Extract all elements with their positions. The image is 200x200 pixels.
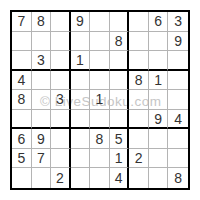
sudoku-cell-r3c3[interactable] xyxy=(51,51,71,71)
sudoku-cell-r2c8[interactable] xyxy=(149,32,169,52)
sudoku-cell-r7c2[interactable]: 9 xyxy=(32,129,52,149)
sudoku-cell-r3c2[interactable]: 3 xyxy=(32,51,52,71)
sudoku-cell-r1c8[interactable]: 6 xyxy=(149,12,169,32)
sudoku-cell-r1c6[interactable] xyxy=(110,12,130,32)
sudoku-cell-r9c6[interactable]: 4 xyxy=(110,168,130,188)
sudoku-cell-r2c7[interactable] xyxy=(129,32,149,52)
sudoku-cell-r5c2[interactable] xyxy=(32,90,52,110)
sudoku-cell-r8c2[interactable]: 7 xyxy=(32,149,52,169)
sudoku-cell-r7c4[interactable] xyxy=(71,129,91,149)
sudoku-cell-r3c6[interactable] xyxy=(110,51,130,71)
sudoku-cell-r4c4[interactable] xyxy=(71,71,91,91)
sudoku-cell-r7c1[interactable]: 6 xyxy=(12,129,32,149)
sudoku-cell-r9c4[interactable] xyxy=(71,168,91,188)
sudoku-cell-r2c4[interactable] xyxy=(71,32,91,52)
sudoku-cell-r2c3[interactable] xyxy=(51,32,71,52)
sudoku-cell-r8c1[interactable]: 5 xyxy=(12,149,32,169)
sudoku-cell-r6c2[interactable] xyxy=(32,110,52,130)
sudoku-cell-r9c8[interactable] xyxy=(149,168,169,188)
sudoku-cell-r2c9[interactable]: 9 xyxy=(168,32,188,52)
sudoku-board: © LiveSudoku.com 78963893148183194698557… xyxy=(10,10,190,190)
sudoku-cell-r8c5[interactable] xyxy=(90,149,110,169)
sudoku-cell-r3c8[interactable] xyxy=(149,51,169,71)
sudoku-cell-r1c3[interactable] xyxy=(51,12,71,32)
sudoku-cell-r9c9[interactable]: 8 xyxy=(168,168,188,188)
sudoku-cell-r4c6[interactable] xyxy=(110,71,130,91)
sudoku-cell-r8c3[interactable] xyxy=(51,149,71,169)
sudoku-cell-r9c3[interactable]: 2 xyxy=(51,168,71,188)
sudoku-cell-r3c4[interactable]: 1 xyxy=(71,51,91,71)
sudoku-cell-r9c2[interactable] xyxy=(32,168,52,188)
sudoku-cell-r9c5[interactable] xyxy=(90,168,110,188)
sudoku-cell-r9c1[interactable] xyxy=(12,168,32,188)
sudoku-cell-r5c3[interactable]: 3 xyxy=(51,90,71,110)
sudoku-cell-r6c6[interactable] xyxy=(110,110,130,130)
sudoku-cell-r6c1[interactable] xyxy=(12,110,32,130)
sudoku-cell-r7c3[interactable] xyxy=(51,129,71,149)
sudoku-cell-r5c4[interactable] xyxy=(71,90,91,110)
sudoku-cell-r7c5[interactable]: 8 xyxy=(90,129,110,149)
sudoku-page: © LiveSudoku.com 78963893148183194698557… xyxy=(0,0,200,200)
sudoku-cell-r4c8[interactable]: 1 xyxy=(149,71,169,91)
sudoku-cell-r7c6[interactable]: 5 xyxy=(110,129,130,149)
sudoku-cell-r4c5[interactable] xyxy=(90,71,110,91)
sudoku-cell-r8c4[interactable] xyxy=(71,149,91,169)
sudoku-cell-r5c1[interactable]: 8 xyxy=(12,90,32,110)
sudoku-cell-r2c2[interactable] xyxy=(32,32,52,52)
sudoku-cell-r8c8[interactable] xyxy=(149,149,169,169)
sudoku-cell-r6c4[interactable] xyxy=(71,110,91,130)
sudoku-cell-r9c7[interactable] xyxy=(129,168,149,188)
sudoku-cell-r5c7[interactable] xyxy=(129,90,149,110)
sudoku-cell-r3c9[interactable] xyxy=(168,51,188,71)
sudoku-cell-r3c5[interactable] xyxy=(90,51,110,71)
sudoku-cell-r4c3[interactable] xyxy=(51,71,71,91)
sudoku-cell-r3c7[interactable] xyxy=(129,51,149,71)
sudoku-cell-r1c5[interactable] xyxy=(90,12,110,32)
sudoku-cell-r7c9[interactable] xyxy=(168,129,188,149)
sudoku-cell-r6c3[interactable] xyxy=(51,110,71,130)
sudoku-cell-r1c1[interactable]: 7 xyxy=(12,12,32,32)
sudoku-cell-r7c8[interactable] xyxy=(149,129,169,149)
sudoku-cell-r1c9[interactable]: 3 xyxy=(168,12,188,32)
sudoku-cell-r6c8[interactable]: 9 xyxy=(149,110,169,130)
sudoku-cell-r1c2[interactable]: 8 xyxy=(32,12,52,32)
sudoku-cell-r8c7[interactable]: 2 xyxy=(129,149,149,169)
sudoku-cell-r4c2[interactable] xyxy=(32,71,52,91)
sudoku-cell-r4c1[interactable]: 4 xyxy=(12,71,32,91)
sudoku-cell-r5c5[interactable]: 1 xyxy=(90,90,110,110)
sudoku-cell-r5c9[interactable] xyxy=(168,90,188,110)
sudoku-cell-r6c9[interactable]: 4 xyxy=(168,110,188,130)
sudoku-cell-r7c7[interactable] xyxy=(129,129,149,149)
sudoku-cell-r4c7[interactable]: 8 xyxy=(129,71,149,91)
sudoku-cell-r5c8[interactable] xyxy=(149,90,169,110)
sudoku-cell-r2c5[interactable] xyxy=(90,32,110,52)
sudoku-cell-r2c1[interactable] xyxy=(12,32,32,52)
sudoku-cell-r2c6[interactable]: 8 xyxy=(110,32,130,52)
sudoku-cell-r6c7[interactable] xyxy=(129,110,149,130)
sudoku-cell-r3c1[interactable] xyxy=(12,51,32,71)
sudoku-cell-r8c6[interactable]: 1 xyxy=(110,149,130,169)
sudoku-cell-r8c9[interactable] xyxy=(168,149,188,169)
sudoku-cell-r1c7[interactable] xyxy=(129,12,149,32)
sudoku-cell-r1c4[interactable]: 9 xyxy=(71,12,91,32)
sudoku-cell-r5c6[interactable] xyxy=(110,90,130,110)
sudoku-cell-r4c9[interactable] xyxy=(168,71,188,91)
sudoku-cell-r6c5[interactable] xyxy=(90,110,110,130)
